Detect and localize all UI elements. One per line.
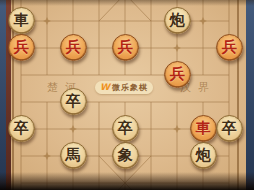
- piece-face: 卒: [114, 117, 137, 140]
- piece-red-soldier[interactable]: 兵: [112, 34, 139, 61]
- right-edge-bar: [246, 0, 254, 190]
- piece-face: 卒: [62, 90, 85, 113]
- piece-black-pawn[interactable]: 卒: [216, 115, 243, 142]
- piece-face: 卒: [218, 117, 241, 140]
- piece-character: 車: [14, 13, 29, 28]
- piece-character: 馬: [66, 148, 81, 163]
- piece-face: 兵: [10, 36, 33, 59]
- piece-black-cannon[interactable]: 炮: [190, 142, 217, 169]
- piece-character: 炮: [170, 13, 185, 28]
- piece-red-chariot[interactable]: 車: [190, 115, 217, 142]
- piece-face: 兵: [218, 36, 241, 59]
- piece-face: 卒: [10, 117, 33, 140]
- piece-black-pawn[interactable]: 卒: [112, 115, 139, 142]
- piece-red-soldier[interactable]: 兵: [216, 34, 243, 61]
- piece-character: 車: [196, 121, 211, 136]
- piece-red-soldier[interactable]: 兵: [164, 61, 191, 88]
- piece-character: 卒: [14, 121, 29, 136]
- piece-black-pawn[interactable]: 卒: [8, 115, 35, 142]
- xiangqi-board: 車炮兵兵兵兵兵卒卒卒車卒馬象炮: [8, 0, 242, 190]
- piece-character: 兵: [14, 40, 29, 55]
- piece-face: 象: [114, 144, 137, 167]
- piece-black-pawn[interactable]: 卒: [60, 88, 87, 115]
- piece-face: 馬: [62, 144, 85, 167]
- piece-character: 卒: [222, 121, 237, 136]
- xiangqi-game-screenshot: 楚河 汉界 W 微乐象棋 車炮兵兵兵兵兵卒卒卒車卒馬象炮: [0, 0, 254, 190]
- piece-black-cannon[interactable]: 炮: [164, 7, 191, 34]
- piece-black-horse[interactable]: 馬: [60, 142, 87, 169]
- piece-face: 炮: [192, 144, 215, 167]
- piece-black-elephant[interactable]: 象: [112, 142, 139, 169]
- piece-character: 兵: [170, 67, 185, 82]
- piece-character: 兵: [66, 40, 81, 55]
- piece-black-chariot[interactable]: 車: [8, 7, 35, 34]
- piece-character: 兵: [222, 40, 237, 55]
- piece-face: 兵: [166, 63, 189, 86]
- piece-character: 兵: [118, 40, 133, 55]
- piece-face: 車: [192, 117, 215, 140]
- piece-face: 兵: [62, 36, 85, 59]
- piece-character: 象: [118, 148, 133, 163]
- piece-red-soldier[interactable]: 兵: [8, 34, 35, 61]
- piece-character: 炮: [196, 148, 211, 163]
- piece-face: 兵: [114, 36, 137, 59]
- piece-face: 車: [10, 9, 33, 32]
- piece-character: 卒: [66, 94, 81, 109]
- piece-red-soldier[interactable]: 兵: [60, 34, 87, 61]
- piece-face: 炮: [166, 9, 189, 32]
- piece-character: 卒: [118, 121, 133, 136]
